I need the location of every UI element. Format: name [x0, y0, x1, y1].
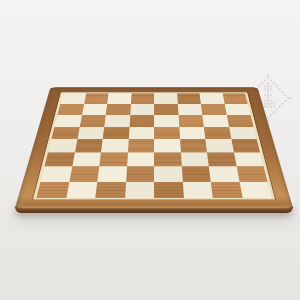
square-g3	[207, 152, 236, 166]
square-d4	[128, 139, 154, 152]
square-d5	[128, 127, 154, 139]
square-d6	[129, 115, 154, 127]
square-g5	[204, 127, 231, 139]
square-f6	[178, 115, 204, 127]
square-c4	[101, 139, 128, 152]
square-h5	[229, 127, 257, 139]
square-a3	[44, 152, 74, 166]
square-a5	[51, 127, 79, 139]
square-e6	[154, 115, 179, 127]
square-c1	[95, 182, 125, 198]
square-g7	[201, 104, 227, 115]
square-e2	[154, 166, 182, 181]
maple-inlay-line	[33, 92, 275, 199]
square-c5	[103, 127, 129, 139]
square-b3	[72, 152, 101, 166]
square-g4	[205, 139, 233, 152]
square-c3	[99, 152, 127, 166]
square-e4	[154, 139, 180, 152]
square-d3	[127, 152, 154, 166]
square-c6	[104, 115, 130, 127]
square-d7	[130, 104, 154, 115]
square-e3	[154, 152, 181, 166]
square-b1	[66, 182, 97, 198]
square-g8	[200, 93, 225, 103]
square-h3	[233, 152, 263, 166]
square-g6	[202, 115, 228, 127]
square-c7	[106, 104, 131, 115]
square-h7	[224, 104, 250, 115]
square-b7	[82, 104, 108, 115]
square-a1	[36, 182, 68, 198]
square-b8	[84, 93, 109, 103]
square-g1	[211, 182, 242, 198]
square-g2	[209, 166, 239, 181]
square-d1	[125, 182, 154, 198]
square-b6	[79, 115, 105, 127]
square-b2	[69, 166, 99, 181]
square-b5	[77, 127, 104, 139]
chessboard	[15, 87, 294, 208]
square-f1	[182, 182, 212, 198]
square-f7	[177, 104, 202, 115]
square-f4	[180, 139, 207, 152]
square-h8	[222, 93, 247, 103]
square-d2	[126, 166, 154, 181]
square-a7	[58, 104, 84, 115]
scene-background	[0, 0, 300, 300]
square-a2	[41, 166, 72, 181]
square-a6	[55, 115, 82, 127]
square-h4	[231, 139, 260, 152]
square-d8	[131, 93, 154, 103]
square-e7	[154, 104, 178, 115]
square-a4	[48, 139, 77, 152]
square-e8	[154, 93, 177, 103]
square-c2	[97, 166, 126, 181]
playing-field	[36, 93, 271, 197]
square-c8	[107, 93, 131, 103]
square-b4	[75, 139, 103, 152]
square-f5	[179, 127, 205, 139]
square-f3	[180, 152, 208, 166]
square-e5	[154, 127, 180, 139]
square-e1	[154, 182, 183, 198]
square-f2	[181, 166, 210, 181]
square-h1	[239, 182, 271, 198]
square-a8	[60, 93, 85, 103]
square-h2	[236, 166, 267, 181]
square-h6	[226, 115, 253, 127]
square-f8	[177, 93, 201, 103]
